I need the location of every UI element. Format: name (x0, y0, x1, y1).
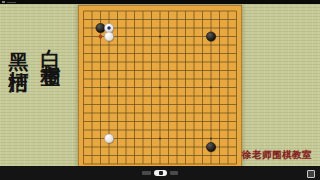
main-area: 黑 柯洁 白 卞相壹 徐老师围棋教室 (0, 4, 320, 166)
video-frame: 黑 柯洁 白 卞相壹 徐老师围棋教室 (0, 0, 320, 180)
player-toggle[interactable] (154, 170, 167, 177)
white-player-name: 卞相壹 (41, 48, 61, 51)
classroom-caption: 徐老师围棋教室 (242, 149, 312, 162)
player-right-text (170, 171, 178, 175)
black-player-name: 柯洁 (9, 56, 29, 58)
black-stone-C17 (96, 23, 105, 32)
white-label: 白 (41, 33, 61, 34)
player-control-bar (0, 166, 320, 180)
black-label: 黑 (9, 36, 29, 37)
player-left-text (142, 171, 151, 175)
toggle-knob-icon (159, 171, 163, 175)
black-stone-Q3 (206, 142, 215, 151)
white-stone-D4 (104, 134, 113, 143)
white-player-column: 白 卞相壹 (40, 33, 62, 51)
white-stone-D16 (104, 32, 113, 41)
fullscreen-icon[interactable] (307, 170, 315, 178)
black-stone-Q16 (206, 32, 215, 41)
window-title-text (7, 2, 16, 4)
go-board[interactable] (78, 5, 242, 166)
go-board-svg[interactable] (78, 5, 242, 166)
window-icon[interactable] (2, 1, 5, 3)
last-move-dot (107, 26, 110, 29)
black-player-column: 黑 柯洁 (8, 36, 30, 58)
marked-point-C16 (99, 35, 103, 39)
